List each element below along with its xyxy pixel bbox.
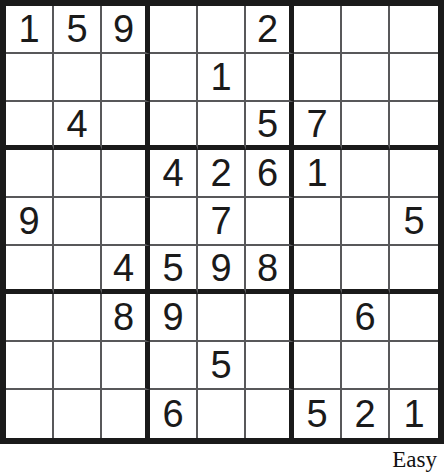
cell-r5c1: 9 <box>6 198 54 246</box>
cell-r4c1[interactable] <box>6 150 54 198</box>
cell-r5c3[interactable] <box>102 198 150 246</box>
cell-r7c5[interactable] <box>198 294 246 342</box>
cell-r1c2: 5 <box>54 6 102 54</box>
cell-r8c9[interactable] <box>390 342 438 390</box>
cell-r2c3[interactable] <box>102 54 150 102</box>
cell-r9c9: 1 <box>390 390 438 438</box>
cell-r8c3[interactable] <box>102 342 150 390</box>
cell-r2c6[interactable] <box>246 54 294 102</box>
cell-r5c2[interactable] <box>54 198 102 246</box>
difficulty-label: Easy <box>392 447 437 473</box>
cell-r1c5[interactable] <box>198 6 246 54</box>
cell-r3c1[interactable] <box>6 102 54 150</box>
cell-r9c3[interactable] <box>102 390 150 438</box>
cell-r7c6[interactable] <box>246 294 294 342</box>
cell-digit: 1 <box>403 395 424 433</box>
cell-r3c3[interactable] <box>102 102 150 150</box>
cell-digit: 2 <box>257 10 278 48</box>
cell-r3c5[interactable] <box>198 102 246 150</box>
cell-r3c4[interactable] <box>150 102 198 150</box>
cell-r9c7: 5 <box>294 390 342 438</box>
cell-r3c8[interactable] <box>342 102 390 150</box>
cell-r3c9[interactable] <box>390 102 438 150</box>
cell-r9c6[interactable] <box>246 390 294 438</box>
cell-r7c2[interactable] <box>54 294 102 342</box>
cell-r5c5: 7 <box>198 198 246 246</box>
cell-r6c7[interactable] <box>294 246 342 294</box>
cell-r3c2: 4 <box>54 102 102 150</box>
cell-r4c8[interactable] <box>342 150 390 198</box>
cell-r5c9: 5 <box>390 198 438 246</box>
cell-digit: 2 <box>354 395 375 433</box>
cell-r5c4[interactable] <box>150 198 198 246</box>
cell-r4c3[interactable] <box>102 150 150 198</box>
cell-r1c4[interactable] <box>150 6 198 54</box>
cell-digit: 5 <box>306 395 327 433</box>
cell-r4c4: 4 <box>150 150 198 198</box>
cell-r7c7[interactable] <box>294 294 342 342</box>
cell-r7c8: 6 <box>342 294 390 342</box>
cell-r2c4[interactable] <box>150 54 198 102</box>
cell-r2c9[interactable] <box>390 54 438 102</box>
cell-r9c2[interactable] <box>54 390 102 438</box>
cell-digit: 5 <box>257 105 278 143</box>
cell-r9c1[interactable] <box>6 390 54 438</box>
cell-r2c8[interactable] <box>342 54 390 102</box>
cell-r3c6: 5 <box>246 102 294 150</box>
cell-r5c8[interactable] <box>342 198 390 246</box>
cell-r6c9[interactable] <box>390 246 438 294</box>
cell-r6c3: 4 <box>102 246 150 294</box>
cell-digit: 9 <box>210 249 231 287</box>
cell-r7c9[interactable] <box>390 294 438 342</box>
cell-r3c7: 7 <box>294 102 342 150</box>
cell-digit: 5 <box>162 249 183 287</box>
cell-r2c1[interactable] <box>6 54 54 102</box>
cell-r8c2[interactable] <box>54 342 102 390</box>
cell-r6c1[interactable] <box>6 246 54 294</box>
cell-r7c1[interactable] <box>6 294 54 342</box>
cell-r8c7[interactable] <box>294 342 342 390</box>
cell-digit: 7 <box>306 105 327 143</box>
cell-r4c7: 1 <box>294 150 342 198</box>
board-footer: Easy <box>0 444 444 474</box>
cell-digit: 5 <box>403 202 424 240</box>
cell-r8c5: 5 <box>198 342 246 390</box>
cell-r4c2[interactable] <box>54 150 102 198</box>
cell-r1c7[interactable] <box>294 6 342 54</box>
cell-digit: 6 <box>162 395 183 433</box>
cell-digit: 1 <box>210 58 231 96</box>
cell-digit: 9 <box>162 298 183 336</box>
cell-r1c1: 1 <box>6 6 54 54</box>
cell-r2c7[interactable] <box>294 54 342 102</box>
cell-digit: 6 <box>354 298 375 336</box>
cell-digit: 4 <box>113 249 134 287</box>
cell-digit: 5 <box>66 10 87 48</box>
cell-digit: 5 <box>210 346 231 384</box>
cell-r9c8: 2 <box>342 390 390 438</box>
cell-r4c9[interactable] <box>390 150 438 198</box>
cell-r6c4: 5 <box>150 246 198 294</box>
cell-digit: 1 <box>306 154 327 192</box>
cell-r1c9[interactable] <box>390 6 438 54</box>
cell-digit: 9 <box>18 202 39 240</box>
cell-r9c5[interactable] <box>198 390 246 438</box>
cell-r9c4: 6 <box>150 390 198 438</box>
cell-digit: 2 <box>210 154 231 192</box>
cell-r4c5: 2 <box>198 150 246 198</box>
cell-r5c6[interactable] <box>246 198 294 246</box>
cell-r2c5: 1 <box>198 54 246 102</box>
cell-r1c3: 9 <box>102 6 150 54</box>
cell-digit: 1 <box>18 10 39 48</box>
cell-r6c8[interactable] <box>342 246 390 294</box>
cell-digit: 4 <box>162 154 183 192</box>
cell-r4c6: 6 <box>246 150 294 198</box>
cell-r6c2[interactable] <box>54 246 102 294</box>
cell-r5c7[interactable] <box>294 198 342 246</box>
cell-r8c4[interactable] <box>150 342 198 390</box>
cell-digit: 6 <box>257 154 278 192</box>
cell-r1c8[interactable] <box>342 6 390 54</box>
cell-r8c8[interactable] <box>342 342 390 390</box>
cell-r8c1[interactable] <box>6 342 54 390</box>
cell-digit: 4 <box>66 105 87 143</box>
cell-r1c6: 2 <box>246 6 294 54</box>
cell-digit: 9 <box>113 10 134 48</box>
cell-digit: 8 <box>113 298 134 336</box>
cell-digit: 8 <box>257 249 278 287</box>
sudoku-board: 159214574261975459889656521 <box>0 0 444 444</box>
cell-r6c5: 9 <box>198 246 246 294</box>
cell-r8c6[interactable] <box>246 342 294 390</box>
cell-digit: 7 <box>210 202 231 240</box>
cell-r7c3: 8 <box>102 294 150 342</box>
sudoku-page: 159214574261975459889656521 Easy <box>0 0 444 474</box>
cell-r6c6: 8 <box>246 246 294 294</box>
cell-r2c2[interactable] <box>54 54 102 102</box>
cell-r7c4: 9 <box>150 294 198 342</box>
